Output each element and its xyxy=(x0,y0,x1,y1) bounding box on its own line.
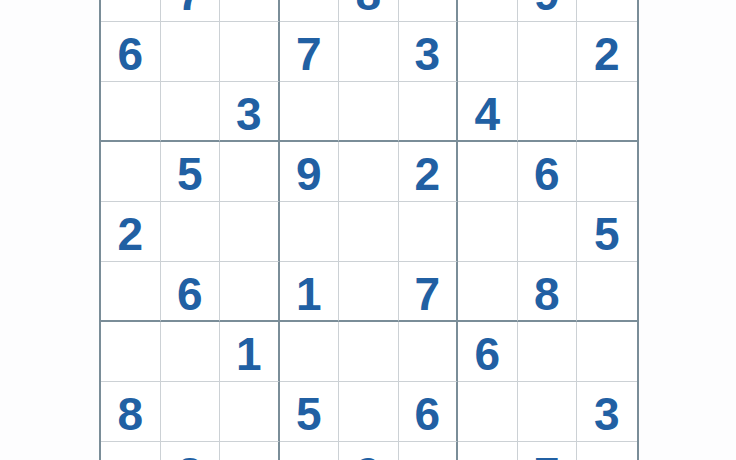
cell-r5c6[interactable] xyxy=(399,202,459,262)
cell-r4c7[interactable] xyxy=(458,142,518,202)
cell-r9c3[interactable] xyxy=(220,442,280,460)
cell-r6c3[interactable] xyxy=(220,262,280,322)
cell-r6c6[interactable]: 7 xyxy=(399,262,459,322)
cell-r4c1[interactable] xyxy=(101,142,161,202)
cell-r4c9[interactable] xyxy=(577,142,637,202)
cell-r7c2[interactable] xyxy=(161,322,221,382)
cell-r1c6[interactable] xyxy=(399,0,459,22)
cell-r7c6[interactable] xyxy=(399,322,459,382)
cell-r8c3[interactable] xyxy=(220,382,280,442)
cell-r2c7[interactable] xyxy=(458,22,518,82)
cell-r1c3[interactable] xyxy=(220,0,280,22)
cell-r6c2[interactable]: 6 xyxy=(161,262,221,322)
cell-r8c6[interactable]: 6 xyxy=(399,382,459,442)
cell-r4c2[interactable]: 5 xyxy=(161,142,221,202)
cell-r5c4[interactable] xyxy=(280,202,340,262)
cell-r4c3[interactable] xyxy=(220,142,280,202)
cell-r7c7[interactable]: 6 xyxy=(458,322,518,382)
cell-r9c6[interactable] xyxy=(399,442,459,460)
cell-r8c7[interactable] xyxy=(458,382,518,442)
cell-r6c8[interactable]: 8 xyxy=(518,262,578,322)
cell-r3c7[interactable]: 4 xyxy=(458,82,518,142)
cell-r6c1[interactable] xyxy=(101,262,161,322)
cell-r8c2[interactable] xyxy=(161,382,221,442)
cell-r3c1[interactable] xyxy=(101,82,161,142)
cell-r1c8[interactable]: 9 xyxy=(518,0,578,22)
cell-r5c7[interactable] xyxy=(458,202,518,262)
cell-r2c1[interactable]: 6 xyxy=(101,22,161,82)
cell-r2c2[interactable] xyxy=(161,22,221,82)
cell-r4c5[interactable] xyxy=(339,142,399,202)
cell-r3c8[interactable] xyxy=(518,82,578,142)
cell-r2c9[interactable]: 2 xyxy=(577,22,637,82)
cell-r1c2[interactable]: 7 xyxy=(161,0,221,22)
cell-r5c1[interactable]: 2 xyxy=(101,202,161,262)
cell-r2c4[interactable]: 7 xyxy=(280,22,340,82)
cell-r1c5[interactable]: 8 xyxy=(339,0,399,22)
sudoku-board: 7896732345926256178168563297 xyxy=(99,0,639,460)
cell-r6c5[interactable] xyxy=(339,262,399,322)
cell-r8c1[interactable]: 8 xyxy=(101,382,161,442)
cell-r4c8[interactable]: 6 xyxy=(518,142,578,202)
cell-r7c5[interactable] xyxy=(339,322,399,382)
cell-r9c8[interactable]: 7 xyxy=(518,442,578,460)
cell-r8c9[interactable]: 3 xyxy=(577,382,637,442)
cell-r5c3[interactable] xyxy=(220,202,280,262)
cell-r5c2[interactable] xyxy=(161,202,221,262)
cell-r3c5[interactable] xyxy=(339,82,399,142)
cell-r6c7[interactable] xyxy=(458,262,518,322)
cell-r9c7[interactable] xyxy=(458,442,518,460)
cell-r3c3[interactable]: 3 xyxy=(220,82,280,142)
cell-r1c1[interactable] xyxy=(101,0,161,22)
cell-r5c8[interactable] xyxy=(518,202,578,262)
sudoku-screenshot: 7896732345926256178168563297 xyxy=(0,0,736,460)
cell-r5c5[interactable] xyxy=(339,202,399,262)
cell-r7c9[interactable] xyxy=(577,322,637,382)
cell-r3c9[interactable] xyxy=(577,82,637,142)
cell-r3c4[interactable] xyxy=(280,82,340,142)
cell-r2c8[interactable] xyxy=(518,22,578,82)
cell-r7c4[interactable] xyxy=(280,322,340,382)
cell-r3c6[interactable] xyxy=(399,82,459,142)
cell-r1c7[interactable] xyxy=(458,0,518,22)
cell-r7c1[interactable] xyxy=(101,322,161,382)
cell-r9c5[interactable]: 9 xyxy=(339,442,399,460)
cell-r5c9[interactable]: 5 xyxy=(577,202,637,262)
cell-r1c4[interactable] xyxy=(280,0,340,22)
cell-r2c5[interactable] xyxy=(339,22,399,82)
cell-r8c4[interactable]: 5 xyxy=(280,382,340,442)
cell-r9c4[interactable] xyxy=(280,442,340,460)
cell-r1c9[interactable] xyxy=(577,0,637,22)
cell-r7c8[interactable] xyxy=(518,322,578,382)
cell-r2c3[interactable] xyxy=(220,22,280,82)
cell-r9c1[interactable] xyxy=(101,442,161,460)
cell-r4c4[interactable]: 9 xyxy=(280,142,340,202)
cell-r9c9[interactable] xyxy=(577,442,637,460)
cell-r8c8[interactable] xyxy=(518,382,578,442)
cell-r7c3[interactable]: 1 xyxy=(220,322,280,382)
cell-r2c6[interactable]: 3 xyxy=(399,22,459,82)
cell-r3c2[interactable] xyxy=(161,82,221,142)
cell-r8c5[interactable] xyxy=(339,382,399,442)
cell-r6c9[interactable] xyxy=(577,262,637,322)
cell-r9c2[interactable]: 2 xyxy=(161,442,221,460)
cell-r6c4[interactable]: 1 xyxy=(280,262,340,322)
cell-r4c6[interactable]: 2 xyxy=(399,142,459,202)
